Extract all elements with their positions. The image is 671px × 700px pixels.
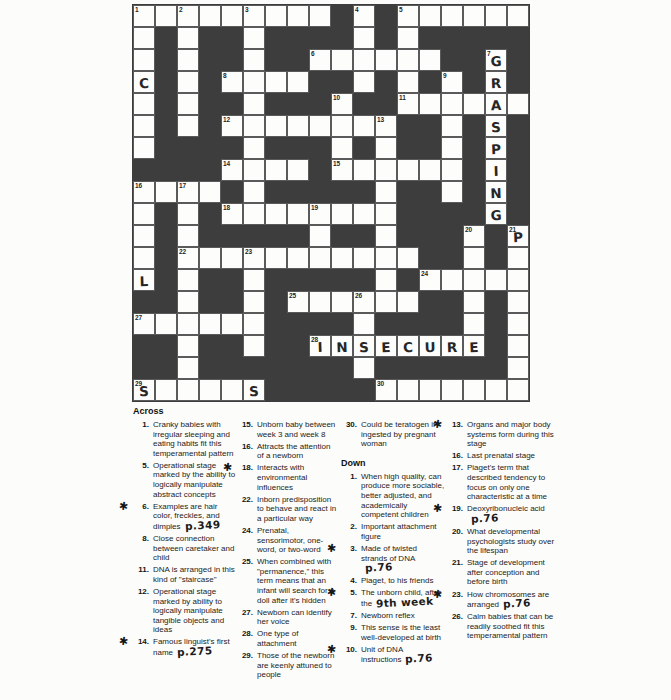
cell-5-1[interactable] bbox=[133, 93, 155, 115]
cell-10-13 bbox=[397, 203, 419, 225]
clue-text: How chromosomes are arrangedp.76 bbox=[467, 590, 561, 610]
cell-13-18[interactable] bbox=[507, 269, 529, 291]
cell-1-8[interactable] bbox=[287, 5, 309, 27]
cell-8-6[interactable] bbox=[243, 159, 265, 181]
cell-5-17[interactable]: A bbox=[485, 93, 507, 115]
clue-text: Last prenatal stage bbox=[467, 451, 561, 461]
cell-14-13[interactable] bbox=[397, 291, 419, 313]
handwritten-star-icon: ✱ bbox=[222, 461, 233, 475]
clue-number: 16 bbox=[135, 182, 142, 189]
cell-12-3[interactable]: 22 bbox=[177, 247, 199, 269]
cell-7-15[interactable] bbox=[441, 137, 463, 159]
cell-7-1[interactable] bbox=[133, 137, 155, 159]
cell-6-9[interactable] bbox=[309, 115, 331, 137]
clue-text: Made of twisted strands of DNAp.76 bbox=[361, 544, 445, 574]
clue-number: 19 bbox=[311, 204, 318, 211]
handwritten-note: p.76 bbox=[365, 562, 393, 572]
cell-11-18[interactable]: 21P bbox=[507, 225, 529, 247]
clue-down-1: 1.When high quality, can produce more so… bbox=[339, 472, 445, 520]
clue-number: 3 bbox=[245, 6, 249, 13]
cell-13-16[interactable] bbox=[463, 269, 485, 291]
clue-number: 30 bbox=[377, 380, 384, 387]
cell-15-3[interactable] bbox=[177, 313, 199, 335]
cell-17-13 bbox=[397, 357, 419, 379]
cell-1-13[interactable]: 5 bbox=[397, 5, 419, 27]
cell-17-18[interactable] bbox=[507, 357, 529, 379]
cell-5-10[interactable]: 10 bbox=[331, 93, 353, 115]
cell-15-16[interactable] bbox=[463, 313, 485, 335]
cell-11-16[interactable]: 20 bbox=[463, 225, 485, 247]
clue-across-5: 5.Operational stage marked by the abilit… bbox=[131, 461, 237, 499]
clue-down-2: 2.Important attachment figure bbox=[339, 522, 445, 541]
cell-18-15[interactable] bbox=[441, 379, 463, 401]
cell-16-6[interactable] bbox=[243, 335, 265, 357]
cell-16-11[interactable]: S bbox=[353, 335, 375, 357]
cell-4-17[interactable]: R bbox=[485, 71, 507, 93]
cell-18-6[interactable]: S bbox=[243, 379, 265, 401]
cell-1-12 bbox=[375, 5, 397, 27]
cell-15-12 bbox=[375, 313, 397, 335]
cell-12-1[interactable] bbox=[133, 247, 155, 269]
cell-14-4 bbox=[199, 291, 221, 313]
cell-6-8[interactable] bbox=[287, 115, 309, 137]
clue-text: Examples are hair color, freckles, and d… bbox=[153, 502, 237, 532]
cell-10-9[interactable]: 19 bbox=[309, 203, 331, 225]
cell-18-17[interactable] bbox=[485, 379, 507, 401]
cell-10-3[interactable] bbox=[177, 203, 199, 225]
cell-13-4 bbox=[199, 269, 221, 291]
clue-text: Attracts the attention of a newborn bbox=[257, 442, 339, 461]
clue-text: Calm babies that can be readily soothed … bbox=[467, 612, 561, 641]
cell-1-4[interactable] bbox=[199, 5, 221, 27]
cell-15-11[interactable] bbox=[353, 313, 375, 335]
cell-9-4[interactable] bbox=[199, 181, 221, 203]
cell-2-12 bbox=[375, 27, 397, 49]
cell-1-1[interactable]: 1 bbox=[133, 5, 155, 27]
cell-1-17[interactable] bbox=[485, 5, 507, 27]
cell-8-10[interactable]: 15 bbox=[331, 159, 353, 181]
cell-16-3[interactable] bbox=[177, 335, 199, 357]
clue-text: Interacts with environmental influences bbox=[257, 463, 339, 492]
clue-number: 13 bbox=[377, 116, 384, 123]
cell-14-18[interactable] bbox=[507, 291, 529, 313]
handwritten-note: p.76 bbox=[503, 598, 531, 608]
cell-5-15[interactable] bbox=[441, 93, 463, 115]
cell-6-11[interactable] bbox=[353, 115, 375, 137]
cell-15-9 bbox=[309, 313, 331, 335]
clue-list-number: 6. bbox=[131, 502, 153, 532]
cell-2-1[interactable] bbox=[133, 27, 155, 49]
penciled-letter: I bbox=[310, 339, 331, 356]
cell-15-6[interactable] bbox=[243, 313, 265, 335]
cell-16-9[interactable]: 28I bbox=[309, 335, 331, 357]
cell-3-18 bbox=[507, 49, 529, 71]
cell-8-14[interactable] bbox=[419, 159, 441, 181]
cell-18-12[interactable]: 30 bbox=[375, 379, 397, 401]
clue-text: Cranky babies with irregular sleeping an… bbox=[153, 420, 237, 458]
cell-14-9[interactable] bbox=[309, 291, 331, 313]
clue-text: Close connection between caretaker and c… bbox=[153, 534, 237, 563]
cell-17-17 bbox=[485, 357, 507, 379]
cell-16-12[interactable]: E bbox=[375, 335, 397, 357]
cell-14-17 bbox=[485, 291, 507, 313]
cell-4-3[interactable] bbox=[177, 71, 199, 93]
cell-1-15[interactable] bbox=[441, 5, 463, 27]
cell-5-6[interactable] bbox=[243, 93, 265, 115]
clue-list-number: 12. bbox=[131, 587, 153, 635]
cell-4-5[interactable]: 8 bbox=[221, 71, 243, 93]
clue-across-27: 27.Newborn can identify her voice bbox=[235, 608, 339, 627]
cell-9-15[interactable] bbox=[441, 181, 463, 203]
clue-list-number: 15. bbox=[235, 420, 257, 439]
cell-10-15 bbox=[441, 203, 463, 225]
clue-text: Famous linguist's first namep.275 bbox=[153, 637, 237, 657]
cell-12-4[interactable] bbox=[199, 247, 221, 269]
clue-list-number: 28. bbox=[235, 629, 257, 648]
cell-7-4 bbox=[199, 137, 221, 159]
penciled-letter: P bbox=[486, 141, 507, 158]
cell-6-12[interactable]: 13 bbox=[375, 115, 397, 137]
cell-14-16[interactable] bbox=[463, 291, 485, 313]
cell-7-14 bbox=[419, 137, 441, 159]
clue-down-20: 20.What developmental psychologists stud… bbox=[445, 527, 561, 556]
cell-14-8[interactable]: 25 bbox=[287, 291, 309, 313]
cell-6-7[interactable] bbox=[265, 115, 287, 137]
cell-12-5[interactable] bbox=[221, 247, 243, 269]
cell-6-5[interactable]: 12 bbox=[221, 115, 243, 137]
clue-list-number: 2. bbox=[339, 522, 361, 541]
cell-6-10[interactable] bbox=[331, 115, 353, 137]
cell-8-4 bbox=[199, 159, 221, 181]
cell-13-14[interactable]: 24 bbox=[419, 269, 441, 291]
cell-11-1[interactable] bbox=[133, 225, 155, 247]
cell-6-2 bbox=[155, 115, 177, 137]
cell-4-1[interactable]: C bbox=[133, 71, 155, 93]
handwritten-star-icon: ✱ bbox=[118, 499, 129, 513]
cell-12-10[interactable] bbox=[331, 247, 353, 269]
clue-list-number: 1. bbox=[339, 472, 361, 520]
cell-10-18 bbox=[507, 203, 529, 225]
cell-14-11[interactable]: 26 bbox=[353, 291, 375, 313]
cell-8-3 bbox=[177, 159, 199, 181]
cell-9-1[interactable]: 16 bbox=[133, 181, 155, 203]
cell-10-12[interactable] bbox=[375, 203, 397, 225]
cell-1-5[interactable] bbox=[221, 5, 243, 27]
cell-4-6[interactable] bbox=[243, 71, 265, 93]
clue-list-number: 27. bbox=[235, 608, 257, 627]
clue-list-number: 10. bbox=[339, 645, 361, 665]
handwritten-star-icon: ✱ bbox=[432, 502, 443, 516]
cell-14-6[interactable] bbox=[243, 291, 265, 313]
cell-8-11[interactable] bbox=[353, 159, 375, 181]
clue-column-4: ✱13.Organs and major body systems form d… bbox=[445, 420, 561, 643]
cell-11-10 bbox=[331, 225, 353, 247]
cell-17-11[interactable] bbox=[353, 357, 375, 379]
clue-list-number: 8. bbox=[131, 534, 153, 563]
cell-13-11 bbox=[353, 269, 375, 291]
cell-10-8[interactable] bbox=[287, 203, 309, 225]
penciled-letter: S bbox=[354, 339, 375, 356]
cell-15-15 bbox=[441, 313, 463, 335]
clue-text: Organs and major body systems form durin… bbox=[467, 420, 561, 449]
cell-10-17[interactable]: G bbox=[485, 203, 507, 225]
cell-9-3[interactable]: 17 bbox=[177, 181, 199, 203]
cell-16-18[interactable] bbox=[507, 335, 529, 357]
cell-14-3[interactable] bbox=[177, 291, 199, 313]
cell-11-9[interactable] bbox=[309, 225, 331, 247]
clue-text: Newborn can identify her voice bbox=[257, 608, 339, 627]
cell-2-13[interactable] bbox=[397, 27, 419, 49]
cell-4-15[interactable]: 9 bbox=[441, 71, 463, 93]
clue-across-22: 22.Inborn predisposition to behave and r… bbox=[235, 495, 339, 524]
cell-1-18[interactable] bbox=[507, 5, 529, 27]
cell-9-13 bbox=[397, 181, 419, 203]
cell-17-15 bbox=[441, 357, 463, 379]
cell-15-7 bbox=[265, 313, 287, 335]
cell-18-3[interactable] bbox=[177, 379, 199, 401]
cell-8-13[interactable] bbox=[397, 159, 419, 181]
cell-5-8 bbox=[287, 93, 309, 115]
cell-16-15[interactable]: R bbox=[441, 335, 463, 357]
cell-5-13[interactable]: 11 bbox=[397, 93, 419, 115]
cell-5-3[interactable] bbox=[177, 93, 199, 115]
clue-text: Newborn reflex bbox=[361, 611, 445, 621]
cell-9-17[interactable]: N bbox=[485, 181, 507, 203]
cell-6-13 bbox=[397, 115, 419, 137]
clue-across-29: 29.Those of the newborn are keenly attun… bbox=[235, 651, 339, 680]
cell-13-8 bbox=[287, 269, 309, 291]
handwritten-star-icon: ✱ bbox=[432, 587, 443, 601]
cell-13-15[interactable] bbox=[441, 269, 463, 291]
cell-5-14[interactable] bbox=[419, 93, 441, 115]
clue-number: 24 bbox=[421, 270, 428, 277]
cell-4-7[interactable] bbox=[265, 71, 287, 93]
cell-14-5 bbox=[221, 291, 243, 313]
cell-3-10[interactable] bbox=[331, 49, 353, 71]
handwritten-star-icon: ✱ bbox=[432, 417, 443, 431]
cell-7-12[interactable] bbox=[375, 137, 397, 159]
cell-3-12[interactable] bbox=[375, 49, 397, 71]
cell-9-18 bbox=[507, 181, 529, 203]
cell-18-8 bbox=[287, 379, 309, 401]
cell-12-6[interactable]: 23 bbox=[243, 247, 265, 269]
cell-8-12[interactable] bbox=[375, 159, 397, 181]
handwritten-note: p.76 bbox=[471, 513, 499, 523]
cell-1-9[interactable] bbox=[309, 5, 331, 27]
handwritten-note: 9th week bbox=[376, 596, 434, 608]
cell-13-3[interactable] bbox=[177, 269, 199, 291]
cell-14-12[interactable] bbox=[375, 291, 397, 313]
cell-7-10[interactable] bbox=[331, 137, 353, 159]
clue-column-1: Across1.Cranky babies with irregular sle… bbox=[131, 406, 237, 660]
cell-5-16[interactable] bbox=[463, 93, 485, 115]
cell-18-16[interactable] bbox=[463, 379, 485, 401]
cell-13-17[interactable] bbox=[485, 269, 507, 291]
cell-16-10[interactable]: N bbox=[331, 335, 353, 357]
cell-12-9[interactable] bbox=[309, 247, 331, 269]
clue-list-number: 20. bbox=[445, 527, 467, 556]
clue-list-number: 29. bbox=[235, 651, 257, 680]
cell-15-5[interactable] bbox=[221, 313, 243, 335]
clue-list-number: 22. bbox=[235, 495, 257, 524]
cell-12-8[interactable] bbox=[287, 247, 309, 269]
cell-18-18[interactable] bbox=[507, 379, 529, 401]
cell-1-10 bbox=[331, 5, 353, 27]
cell-12-17 bbox=[485, 247, 507, 269]
cell-12-11[interactable] bbox=[353, 247, 375, 269]
cell-8-17[interactable]: I bbox=[485, 159, 507, 181]
clue-text: Stage of development after conception an… bbox=[467, 558, 561, 587]
cell-3-1[interactable] bbox=[133, 49, 155, 71]
cell-10-5[interactable]: 18 bbox=[221, 203, 243, 225]
cell-7-6[interactable] bbox=[243, 137, 265, 159]
cell-12-14 bbox=[419, 247, 441, 269]
cell-2-2 bbox=[155, 27, 177, 49]
cell-9-6[interactable] bbox=[243, 181, 265, 203]
cell-10-6[interactable] bbox=[243, 203, 265, 225]
cell-4-13[interactable] bbox=[397, 71, 419, 93]
cell-12-16[interactable] bbox=[463, 247, 485, 269]
cell-16-13[interactable]: C bbox=[397, 335, 419, 357]
cell-18-14[interactable] bbox=[419, 379, 441, 401]
cell-7-5 bbox=[221, 137, 243, 159]
cell-8-5[interactable]: 14 bbox=[221, 159, 243, 181]
cell-17-8 bbox=[287, 357, 309, 379]
cell-2-3[interactable] bbox=[177, 27, 199, 49]
cell-7-11 bbox=[353, 137, 375, 159]
cell-12-13[interactable] bbox=[397, 247, 419, 269]
cell-6-17[interactable]: S bbox=[485, 115, 507, 137]
cell-12-7[interactable] bbox=[265, 247, 287, 269]
cell-18-5[interactable] bbox=[221, 379, 243, 401]
cell-14-10[interactable] bbox=[331, 291, 353, 313]
cell-9-7 bbox=[265, 181, 287, 203]
cell-5-9 bbox=[309, 93, 331, 115]
cell-1-3[interactable]: 2 bbox=[177, 5, 199, 27]
cell-7-17[interactable]: P bbox=[485, 137, 507, 159]
cell-3-6[interactable] bbox=[243, 49, 265, 71]
cell-15-1[interactable]: 27 bbox=[133, 313, 155, 335]
cell-3-14[interactable] bbox=[419, 49, 441, 71]
clue-down-5: ✱5.The unborn child, after the9th week bbox=[339, 588, 445, 608]
cell-8-7[interactable] bbox=[265, 159, 287, 181]
clue-down-16: 16.Last prenatal stage bbox=[445, 451, 561, 461]
clue-text: Piaget's term that described tendency to… bbox=[467, 463, 561, 501]
penciled-letter: S bbox=[486, 119, 507, 136]
cell-1-11[interactable]: 4 bbox=[353, 5, 375, 27]
penciled-letter: A bbox=[486, 97, 507, 114]
cell-15-2[interactable] bbox=[155, 313, 177, 335]
clue-number: 8 bbox=[223, 72, 227, 79]
cell-6-6[interactable] bbox=[243, 115, 265, 137]
cell-18-1[interactable]: 29S bbox=[133, 379, 155, 401]
cell-1-14[interactable] bbox=[419, 5, 441, 27]
clue-column-2: 15.Unborn baby between week 3 and week 8… bbox=[235, 420, 339, 682]
cell-13-6[interactable] bbox=[243, 269, 265, 291]
down-header: Down bbox=[341, 458, 445, 468]
cell-16-16[interactable]: E bbox=[463, 335, 485, 357]
cell-17-10 bbox=[331, 357, 353, 379]
cell-16-14[interactable]: U bbox=[419, 335, 441, 357]
clue-list-number: 19. bbox=[445, 504, 467, 524]
cell-4-4 bbox=[199, 71, 221, 93]
clue-list-number: 16. bbox=[445, 451, 467, 461]
clue-number: 10 bbox=[333, 94, 340, 101]
cell-2-11[interactable] bbox=[353, 27, 375, 49]
handwritten-note: p.275 bbox=[177, 646, 213, 657]
cell-12-18[interactable] bbox=[507, 247, 529, 269]
cell-1-7[interactable] bbox=[265, 5, 287, 27]
clue-number: 17 bbox=[179, 182, 186, 189]
cell-6-3[interactable] bbox=[177, 115, 199, 137]
cell-3-9[interactable]: 6 bbox=[309, 49, 331, 71]
cell-15-18[interactable] bbox=[507, 313, 529, 335]
cell-10-1[interactable] bbox=[133, 203, 155, 225]
clue-text: This sense is the least well-developed a… bbox=[361, 623, 445, 642]
cell-9-2[interactable] bbox=[155, 181, 177, 203]
cell-15-4[interactable] bbox=[199, 313, 221, 335]
cell-2-14 bbox=[419, 27, 441, 49]
cell-1-16[interactable] bbox=[463, 5, 485, 27]
cell-11-12[interactable] bbox=[375, 225, 397, 247]
cell-9-5 bbox=[221, 181, 243, 203]
cell-18-4[interactable] bbox=[199, 379, 221, 401]
cell-6-15[interactable] bbox=[441, 115, 463, 137]
clue-down-3: ✱3.Made of twisted strands of DNAp.76 bbox=[339, 544, 445, 574]
cell-2-6[interactable] bbox=[243, 27, 265, 49]
clue-number: 18 bbox=[223, 204, 230, 211]
cell-8-8[interactable] bbox=[287, 159, 309, 181]
cell-8-15[interactable] bbox=[441, 159, 463, 181]
cell-18-7 bbox=[265, 379, 287, 401]
cell-11-17 bbox=[485, 225, 507, 247]
cell-13-1[interactable]: L bbox=[133, 269, 155, 291]
cell-16-17 bbox=[485, 335, 507, 357]
cell-4-8[interactable] bbox=[287, 71, 309, 93]
cell-3-17[interactable]: 7G bbox=[485, 49, 507, 71]
cell-1-2[interactable] bbox=[155, 5, 177, 27]
cell-5-18[interactable] bbox=[507, 93, 529, 115]
cell-10-11[interactable] bbox=[353, 203, 375, 225]
cell-6-1[interactable] bbox=[133, 115, 155, 137]
cell-17-3[interactable] bbox=[177, 357, 199, 379]
cell-4-10 bbox=[331, 71, 353, 93]
cell-18-2[interactable] bbox=[155, 379, 177, 401]
clue-number: 11 bbox=[399, 94, 406, 101]
cell-18-13[interactable] bbox=[397, 379, 419, 401]
clue-list-number: 18. bbox=[235, 463, 257, 492]
cell-9-12[interactable] bbox=[375, 181, 397, 203]
cell-1-6[interactable]: 3 bbox=[243, 5, 265, 27]
cell-15-14 bbox=[419, 313, 441, 335]
cell-12-12[interactable] bbox=[375, 247, 397, 269]
cell-18-10 bbox=[331, 379, 353, 401]
cell-11-3[interactable] bbox=[177, 225, 199, 247]
cell-11-7 bbox=[265, 225, 287, 247]
cell-10-7[interactable] bbox=[265, 203, 287, 225]
cell-3-11[interactable] bbox=[353, 49, 375, 71]
clue-list-number: 7. bbox=[339, 611, 361, 621]
cell-8-1 bbox=[133, 159, 155, 181]
cell-3-13[interactable] bbox=[397, 49, 419, 71]
cell-16-2 bbox=[155, 335, 177, 357]
cell-11-13 bbox=[397, 225, 419, 247]
cell-4-11[interactable] bbox=[353, 71, 375, 93]
penciled-letter: R bbox=[486, 75, 507, 92]
cell-3-3[interactable] bbox=[177, 49, 199, 71]
cell-10-10[interactable] bbox=[331, 203, 353, 225]
cell-13-12[interactable] bbox=[375, 269, 397, 291]
